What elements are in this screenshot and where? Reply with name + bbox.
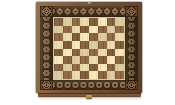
corner-medallion-top-right — [125, 6, 138, 17]
square-g2 — [107, 64, 116, 72]
square-h6 — [115, 33, 124, 41]
square-a1 — [54, 71, 63, 79]
square-f7 — [98, 26, 107, 34]
square-f3 — [98, 56, 107, 64]
square-a2 — [54, 64, 63, 72]
square-c2 — [72, 64, 81, 72]
square-f2 — [98, 64, 107, 72]
square-d1 — [80, 71, 89, 79]
square-g1 — [107, 71, 116, 79]
square-d8 — [80, 18, 89, 26]
carved-rosette-band-top — [40, 6, 138, 17]
square-e3 — [89, 56, 98, 64]
square-d7 — [80, 26, 89, 34]
maple-inlay-border — [53, 17, 125, 80]
square-b8 — [63, 18, 72, 26]
square-g7 — [107, 26, 116, 34]
square-h2 — [115, 64, 124, 72]
square-f4 — [98, 49, 107, 57]
square-g3 — [107, 56, 116, 64]
square-g5 — [107, 41, 116, 49]
square-h7 — [115, 26, 124, 34]
square-g6 — [107, 33, 116, 41]
square-e6 — [89, 33, 98, 41]
square-d5 — [80, 41, 89, 49]
square-a4 — [54, 49, 63, 57]
brass-latch — [86, 95, 92, 99]
square-e1 — [89, 71, 98, 79]
square-e2 — [89, 64, 98, 72]
square-d6 — [80, 33, 89, 41]
square-c6 — [72, 33, 81, 41]
square-b1 — [63, 71, 72, 79]
square-a5 — [54, 41, 63, 49]
square-e5 — [89, 41, 98, 49]
square-f5 — [98, 41, 107, 49]
square-b7 — [63, 26, 72, 34]
square-b4 — [63, 49, 72, 57]
square-d3 — [80, 56, 89, 64]
square-h8 — [115, 18, 124, 26]
square-b2 — [63, 64, 72, 72]
box-side-edge — [38, 93, 141, 97]
corner-medallion-top-left — [40, 6, 53, 17]
corner-medallion-bottom-left — [40, 80, 53, 90]
square-b6 — [63, 33, 72, 41]
square-a8 — [54, 18, 63, 26]
square-g8 — [107, 18, 116, 26]
square-e7 — [89, 26, 98, 34]
square-b5 — [63, 41, 72, 49]
chess-board-box — [36, 2, 142, 97]
square-c1 — [72, 71, 81, 79]
square-d2 — [80, 64, 89, 72]
square-e8 — [89, 18, 98, 26]
carved-rosette-band-bottom — [40, 80, 138, 90]
square-h1 — [115, 71, 124, 79]
square-e4 — [89, 49, 98, 57]
box-lid-top-face — [36, 2, 142, 93]
square-f8 — [98, 18, 107, 26]
hinge-knob — [88, 1, 91, 5]
square-h3 — [115, 56, 124, 64]
product-photo — [0, 0, 175, 105]
square-f6 — [98, 33, 107, 41]
square-c7 — [72, 26, 81, 34]
carved-rosette-band-right — [125, 6, 138, 90]
carved-rosette-band-left — [40, 6, 53, 90]
square-d4 — [80, 49, 89, 57]
square-c4 — [72, 49, 81, 57]
square-c8 — [72, 18, 81, 26]
square-a7 — [54, 26, 63, 34]
square-a6 — [54, 33, 63, 41]
square-f1 — [98, 71, 107, 79]
square-c3 — [72, 56, 81, 64]
chess-board-grid — [54, 18, 124, 79]
square-h5 — [115, 41, 124, 49]
square-h4 — [115, 49, 124, 57]
square-b3 — [63, 56, 72, 64]
square-g4 — [107, 49, 116, 57]
corner-medallion-bottom-right — [125, 80, 138, 90]
square-a3 — [54, 56, 63, 64]
square-c5 — [72, 41, 81, 49]
